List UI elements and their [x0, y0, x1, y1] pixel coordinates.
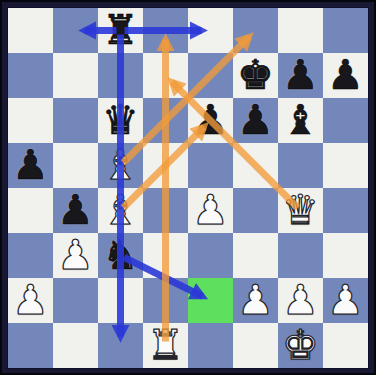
square-h8[interactable] — [323, 8, 368, 53]
square-b7[interactable] — [53, 53, 98, 98]
white-pawn-h2[interactable]: ♟ — [323, 278, 368, 323]
square-d5[interactable] — [143, 143, 188, 188]
white-pawn-g2[interactable]: ♟ — [278, 278, 323, 323]
square-f2[interactable]: ♟ — [233, 278, 278, 323]
white-bishop-c5[interactable]: ♝ — [98, 143, 143, 188]
square-c5[interactable]: ♝ — [98, 143, 143, 188]
white-rook-d1[interactable]: ♜ — [143, 323, 188, 368]
square-h5[interactable] — [323, 143, 368, 188]
square-d6[interactable] — [143, 98, 188, 143]
square-a4[interactable] — [8, 188, 53, 233]
white-king-g1[interactable]: ♚ — [278, 323, 323, 368]
square-f1[interactable] — [233, 323, 278, 368]
square-h7[interactable]: ♟ — [323, 53, 368, 98]
square-e4[interactable]: ♟ — [188, 188, 233, 233]
square-f7[interactable]: ♚ — [233, 53, 278, 98]
square-h4[interactable] — [323, 188, 368, 233]
square-f8[interactable] — [233, 8, 278, 53]
square-a6[interactable] — [8, 98, 53, 143]
square-e7[interactable] — [188, 53, 233, 98]
black-bishop-g6[interactable]: ♝ — [278, 98, 323, 143]
square-b3[interactable]: ♟ — [53, 233, 98, 278]
square-b5[interactable] — [53, 143, 98, 188]
square-g7[interactable]: ♟ — [278, 53, 323, 98]
black-pawn-f6[interactable]: ♟ — [233, 98, 278, 143]
square-b4[interactable]: ♟ — [53, 188, 98, 233]
square-h1[interactable] — [323, 323, 368, 368]
square-a3[interactable] — [8, 233, 53, 278]
square-e3[interactable] — [188, 233, 233, 278]
highlighted-square-e2[interactable] — [188, 278, 233, 323]
square-e5[interactable] — [188, 143, 233, 188]
white-pawn-a2[interactable]: ♟ — [8, 278, 53, 323]
white-pawn-b3[interactable]: ♟ — [53, 233, 98, 278]
square-c3[interactable]: ♞ — [98, 233, 143, 278]
square-h6[interactable] — [323, 98, 368, 143]
square-a7[interactable] — [8, 53, 53, 98]
square-e1[interactable] — [188, 323, 233, 368]
square-b2[interactable] — [53, 278, 98, 323]
square-c4[interactable]: ♝ — [98, 188, 143, 233]
white-queen-g4[interactable]: ♛ — [278, 188, 323, 233]
black-pawn-g7[interactable]: ♟ — [278, 53, 323, 98]
square-b1[interactable] — [53, 323, 98, 368]
square-c1[interactable] — [98, 323, 143, 368]
square-c6[interactable]: ♛ — [98, 98, 143, 143]
square-c8[interactable]: ♜ — [98, 8, 143, 53]
square-f6[interactable]: ♟ — [233, 98, 278, 143]
black-pawn-a5[interactable]: ♟ — [8, 143, 53, 188]
square-a8[interactable] — [8, 8, 53, 53]
square-e8[interactable] — [188, 8, 233, 53]
black-queen-c6[interactable]: ♛ — [98, 98, 143, 143]
black-knight-c3[interactable]: ♞ — [98, 233, 143, 278]
square-d2[interactable] — [143, 278, 188, 323]
square-g4[interactable]: ♛ — [278, 188, 323, 233]
square-g6[interactable]: ♝ — [278, 98, 323, 143]
square-b8[interactable] — [53, 8, 98, 53]
black-king-f7[interactable]: ♚ — [233, 53, 278, 98]
square-e6[interactable]: ♟ — [188, 98, 233, 143]
square-d1[interactable]: ♜ — [143, 323, 188, 368]
square-h2[interactable]: ♟ — [323, 278, 368, 323]
chess-board: ♜♚♟♟♛♟♟♝♟♝♟♝♟♛♟♞♟♟♟♟♜♚ — [8, 8, 368, 368]
white-pawn-f2[interactable]: ♟ — [233, 278, 278, 323]
square-c2[interactable] — [98, 278, 143, 323]
square-g3[interactable] — [278, 233, 323, 278]
black-rook-c8[interactable]: ♜ — [98, 8, 143, 53]
chess-analysis-window: ♜♚♟♟♛♟♟♝♟♝♟♝♟♛♟♞♟♟♟♟♜♚ — [0, 0, 376, 375]
square-a1[interactable] — [8, 323, 53, 368]
white-bishop-c4[interactable]: ♝ — [98, 188, 143, 233]
black-pawn-e6[interactable]: ♟ — [188, 98, 233, 143]
square-h3[interactable] — [323, 233, 368, 278]
square-d8[interactable] — [143, 8, 188, 53]
black-pawn-h7[interactable]: ♟ — [323, 53, 368, 98]
square-a2[interactable]: ♟ — [8, 278, 53, 323]
square-b6[interactable] — [53, 98, 98, 143]
square-d7[interactable] — [143, 53, 188, 98]
white-pawn-e4[interactable]: ♟ — [188, 188, 233, 233]
square-g2[interactable]: ♟ — [278, 278, 323, 323]
square-d3[interactable] — [143, 233, 188, 278]
square-f3[interactable] — [233, 233, 278, 278]
square-d4[interactable] — [143, 188, 188, 233]
square-g1[interactable]: ♚ — [278, 323, 323, 368]
square-f5[interactable] — [233, 143, 278, 188]
square-g5[interactable] — [278, 143, 323, 188]
square-g8[interactable] — [278, 8, 323, 53]
square-a5[interactable]: ♟ — [8, 143, 53, 188]
square-f4[interactable] — [233, 188, 278, 233]
square-c7[interactable] — [98, 53, 143, 98]
black-pawn-b4[interactable]: ♟ — [53, 188, 98, 233]
